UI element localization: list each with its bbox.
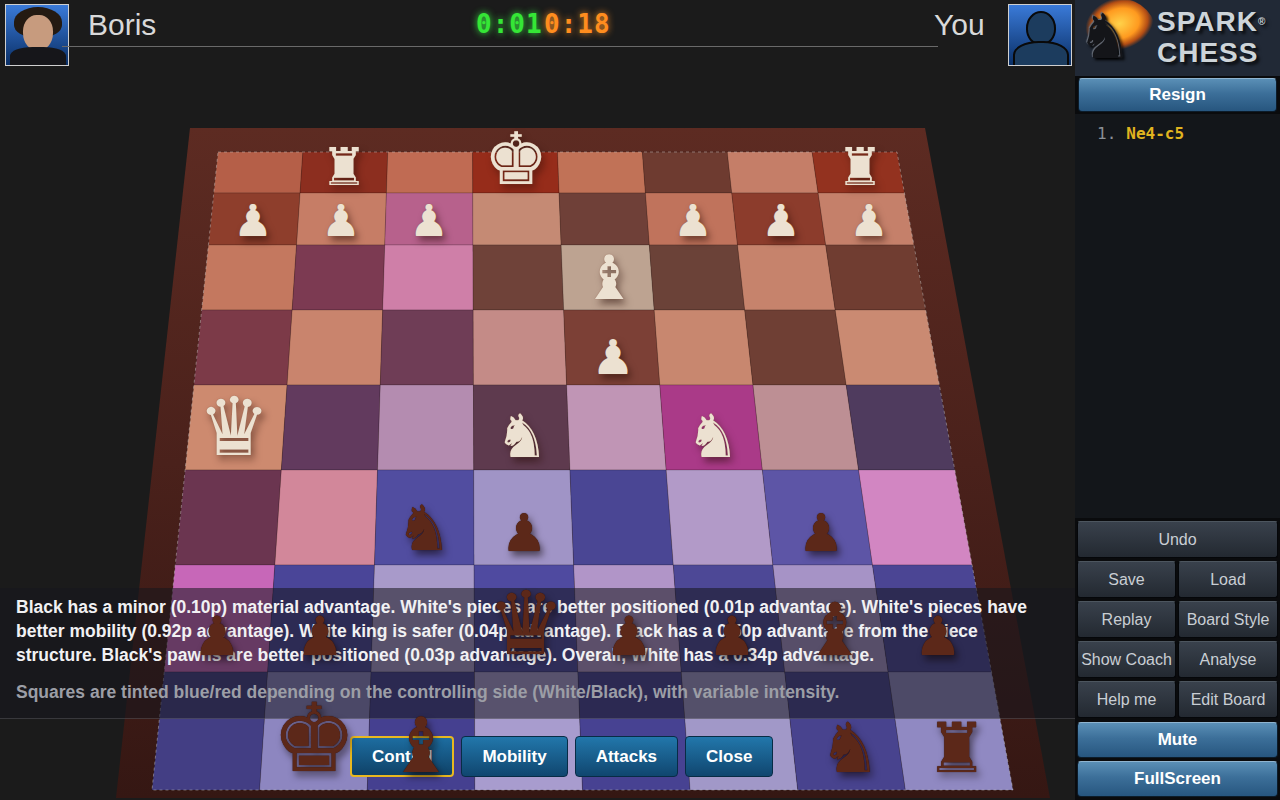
square-g3[interactable] [292, 245, 385, 310]
square-f1[interactable] [386, 152, 472, 193]
piece-white-P-b2[interactable]: ♟ [761, 199, 800, 243]
piece-black-N-b8[interactable]: ♞ [819, 714, 881, 783]
board-style-button[interactable]: Board Style [1178, 601, 1278, 638]
analyse-button[interactable]: Analyse [1178, 641, 1278, 678]
square-b3[interactable] [738, 245, 836, 310]
piece-black-K-g8[interactable]: ♚ [271, 691, 356, 786]
square-f5[interactable] [378, 385, 474, 470]
piece-black-P-g7[interactable]: ♟ [296, 610, 344, 664]
logo-text: SPARK® CHESS [1157, 6, 1266, 68]
knight-logo-icon: ♞ [1077, 2, 1133, 72]
top-bar: Boris 0:01 0:18 You [0, 0, 1075, 70]
move-list-row: 1.Ne4-c5 [1097, 124, 1184, 143]
square-b4[interactable] [745, 310, 846, 385]
square-g5[interactable] [281, 385, 380, 470]
player-name: You [934, 8, 985, 42]
logo-line1: SPARK [1157, 6, 1258, 37]
square-h6[interactable] [175, 470, 281, 565]
resign-button[interactable]: Resign [1078, 78, 1277, 112]
move-number: 1. [1097, 124, 1116, 143]
silhouette-head-icon [1026, 11, 1056, 45]
help-me-button[interactable]: Help me [1077, 681, 1176, 718]
logo-panel: ♞ SPARK® CHESS [1075, 0, 1280, 76]
mute-button[interactable]: Mute [1077, 722, 1278, 758]
square-c6[interactable] [666, 470, 773, 565]
piece-black-P-h7[interactable]: ♟ [193, 610, 241, 664]
square-f4[interactable] [380, 310, 473, 385]
piece-black-P-c7[interactable]: ♟ [708, 610, 756, 664]
piece-white-R-a1[interactable]: ♜ [837, 141, 884, 193]
square-c1[interactable] [642, 152, 731, 193]
piece-black-B-b7[interactable]: ♝ [802, 593, 867, 666]
piece-black-P-a7[interactable]: ♟ [914, 610, 962, 664]
mobility-button[interactable]: Mobility [461, 736, 567, 777]
close-button[interactable]: Close [685, 736, 773, 777]
square-a5[interactable] [846, 385, 955, 470]
piece-black-P-d7[interactable]: ♟ [605, 610, 653, 664]
square-g4[interactable] [287, 310, 383, 385]
square-d1[interactable] [558, 152, 646, 193]
load-button[interactable]: Load [1178, 561, 1278, 598]
registered-mark: ® [1258, 16, 1266, 27]
square-g6[interactable] [275, 470, 378, 565]
square-c3[interactable] [649, 245, 744, 310]
move-notation: Ne4-c5 [1126, 124, 1184, 143]
logo-line2: CHESS [1157, 37, 1258, 68]
piece-white-N-e5[interactable]: ♞ [495, 406, 549, 466]
opponent-clock: 0:01 [476, 9, 543, 39]
square-b5[interactable] [753, 385, 859, 470]
square-d2[interactable] [559, 193, 649, 245]
avatar-face [23, 15, 53, 51]
square-h1[interactable] [214, 152, 303, 193]
show-coach-button[interactable]: Show Coach [1077, 641, 1176, 678]
player-clock: 0:18 [544, 9, 611, 39]
edit-board-button[interactable]: Edit Board [1178, 681, 1278, 718]
piece-white-P-c2[interactable]: ♟ [673, 199, 712, 243]
piece-white-P-a2[interactable]: ♟ [849, 199, 888, 243]
undo-button[interactable]: Undo [1077, 521, 1278, 558]
piece-white-P-d4[interactable]: ♟ [591, 333, 634, 381]
piece-black-P-e6[interactable]: ♟ [501, 507, 548, 559]
piece-black-B-f8[interactable]: ♝ [387, 708, 455, 784]
silhouette-body-icon [1013, 41, 1069, 66]
topbar-divider [62, 46, 938, 47]
save-button[interactable]: Save [1077, 561, 1176, 598]
fullscreen-button[interactable]: FullScreen [1077, 761, 1278, 797]
square-h3[interactable] [202, 245, 297, 310]
opponent-name: Boris [88, 8, 156, 42]
opponent-avatar [5, 4, 69, 66]
board-area: ♜♚♜♟♟♟♟♟♟♝♟♛♞♞♞♟♟♟♟♛♟♟♝♟♚♝♞♜ Boris 0:01 … [0, 0, 1075, 800]
piece-white-Q-h5[interactable]: ♛ [198, 387, 271, 468]
sparkchess-app: ♜♚♜♟♟♟♟♟♟♝♟♛♞♞♞♟♟♟♟♛♟♟♝♟♚♝♞♜ Boris 0:01 … [0, 0, 1280, 800]
attacks-button[interactable]: Attacks [575, 736, 678, 777]
player-avatar [1008, 4, 1072, 66]
square-c4[interactable] [654, 310, 753, 385]
square-d6[interactable] [570, 470, 673, 565]
square-a4[interactable] [835, 310, 939, 385]
square-f3[interactable] [383, 245, 474, 310]
sidebar: ♞ SPARK® CHESS Resign 1.Ne4-c5 Undo Save… [1075, 0, 1280, 800]
piece-white-P-f2[interactable]: ♟ [409, 199, 448, 243]
replay-button[interactable]: Replay [1077, 601, 1176, 638]
piece-white-K-e1[interactable]: ♚ [484, 123, 549, 195]
analysis-legend-text: Squares are tinted blue/red depending on… [16, 680, 1062, 704]
piece-black-Q-e7[interactable]: ♛ [487, 580, 566, 668]
piece-black-P-b6[interactable]: ♟ [798, 507, 845, 559]
move-list-panel[interactable]: 1.Ne4-c5 [1075, 114, 1280, 518]
piece-black-R-a8[interactable]: ♜ [926, 714, 988, 783]
piece-black-N-f6[interactable]: ♞ [396, 497, 452, 560]
square-b1[interactable] [727, 152, 818, 193]
square-a6[interactable] [859, 470, 972, 565]
piece-white-B-d3[interactable]: ♝ [582, 247, 637, 308]
square-h4[interactable] [194, 310, 292, 385]
piece-white-N-c5[interactable]: ♞ [686, 406, 740, 466]
piece-white-R-g1[interactable]: ♜ [321, 141, 368, 193]
square-a3[interactable] [826, 245, 926, 310]
piece-white-P-h2[interactable]: ♟ [233, 199, 272, 243]
square-d5[interactable] [567, 385, 667, 470]
piece-white-P-g2[interactable]: ♟ [321, 199, 360, 243]
square-e4[interactable] [473, 310, 566, 385]
square-e3[interactable] [473, 245, 564, 310]
avatar-shirt [10, 47, 66, 66]
